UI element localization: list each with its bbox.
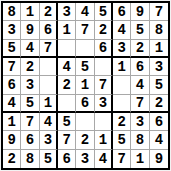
cell-r5c7[interactable] (113, 76, 131, 94)
cell-r6c8[interactable]: 7 (131, 95, 149, 113)
cell-r3c1[interactable]: 5 (3, 40, 21, 58)
cell-r7c8[interactable]: 3 (131, 113, 149, 131)
cell-r3c6[interactable]: 6 (95, 40, 113, 58)
cell-r6c9[interactable]: 2 (150, 95, 168, 113)
cell-r8c7[interactable]: 5 (113, 131, 131, 149)
cell-r3c5[interactable] (76, 40, 94, 58)
cell-r7c7[interactable]: 2 (113, 113, 131, 131)
cell-r5c5[interactable]: 1 (76, 76, 94, 94)
cell-r7c4[interactable]: 5 (58, 113, 76, 131)
cell-r5c3[interactable] (40, 76, 58, 94)
cell-r9c4[interactable]: 6 (58, 150, 76, 168)
cell-r4c1[interactable]: 7 (3, 58, 21, 76)
cell-r1c2[interactable]: 1 (21, 3, 39, 21)
cell-r1c3[interactable]: 2 (40, 3, 58, 21)
cell-r8c4[interactable]: 7 (58, 131, 76, 149)
cell-r9c7[interactable]: 7 (113, 150, 131, 168)
cell-r3c3[interactable]: 7 (40, 40, 58, 58)
cell-r4c6[interactable] (95, 58, 113, 76)
cell-r8c8[interactable]: 8 (131, 131, 149, 149)
cell-r9c1[interactable]: 2 (3, 150, 21, 168)
cell-r3c9[interactable]: 1 (150, 40, 168, 58)
sudoku-board: 8123456973961724585476321724516363217454… (1, 1, 170, 170)
cell-r3c7[interactable]: 3 (113, 40, 131, 58)
cell-r8c2[interactable]: 6 (21, 131, 39, 149)
cell-r6c3[interactable]: 1 (40, 95, 58, 113)
cell-r1c6[interactable]: 5 (95, 3, 113, 21)
cell-r4c9[interactable]: 3 (150, 58, 168, 76)
cell-r7c2[interactable]: 7 (21, 113, 39, 131)
cell-r2c1[interactable]: 3 (3, 21, 21, 39)
cell-r4c8[interactable]: 6 (131, 58, 149, 76)
cell-r3c4[interactable] (58, 40, 76, 58)
cell-r6c1[interactable]: 4 (3, 95, 21, 113)
cell-r2c8[interactable]: 5 (131, 21, 149, 39)
cell-r9c9[interactable]: 9 (150, 150, 168, 168)
cell-r5c1[interactable]: 6 (3, 76, 21, 94)
cell-r1c7[interactable]: 6 (113, 3, 131, 21)
cell-r1c8[interactable]: 9 (131, 3, 149, 21)
cell-r5c4[interactable]: 2 (58, 76, 76, 94)
cell-r8c1[interactable]: 9 (3, 131, 21, 149)
sudoku-page: 8123456973961724585476321724516363217454… (0, 0, 171, 171)
cell-r1c1[interactable]: 8 (3, 3, 21, 21)
cell-r7c5[interactable] (76, 113, 94, 131)
cell-r2c3[interactable]: 6 (40, 21, 58, 39)
cell-r2c5[interactable]: 7 (76, 21, 94, 39)
cell-r4c5[interactable]: 5 (76, 58, 94, 76)
cell-r8c3[interactable]: 3 (40, 131, 58, 149)
cell-r1c9[interactable]: 7 (150, 3, 168, 21)
cell-r7c6[interactable] (95, 113, 113, 131)
cell-r2c2[interactable]: 9 (21, 21, 39, 39)
cell-r6c5[interactable]: 6 (76, 95, 94, 113)
cell-r2c4[interactable]: 1 (58, 21, 76, 39)
cell-r1c4[interactable]: 3 (58, 3, 76, 21)
cell-r8c6[interactable]: 1 (95, 131, 113, 149)
cell-r2c7[interactable]: 4 (113, 21, 131, 39)
cell-r5c8[interactable]: 4 (131, 76, 149, 94)
cell-r7c3[interactable]: 4 (40, 113, 58, 131)
cell-r4c4[interactable]: 4 (58, 58, 76, 76)
cell-r4c3[interactable] (40, 58, 58, 76)
cell-r4c7[interactable]: 1 (113, 58, 131, 76)
cell-r5c9[interactable]: 5 (150, 76, 168, 94)
cell-r6c7[interactable] (113, 95, 131, 113)
cell-r9c3[interactable]: 5 (40, 150, 58, 168)
cell-r9c8[interactable]: 1 (131, 150, 149, 168)
cell-r9c6[interactable]: 4 (95, 150, 113, 168)
cell-r8c5[interactable]: 2 (76, 131, 94, 149)
cell-r3c8[interactable]: 2 (131, 40, 149, 58)
cell-r2c6[interactable]: 2 (95, 21, 113, 39)
cell-r7c9[interactable]: 6 (150, 113, 168, 131)
cell-r2c9[interactable]: 8 (150, 21, 168, 39)
cell-r7c1[interactable]: 1 (3, 113, 21, 131)
cell-r9c5[interactable]: 3 (76, 150, 94, 168)
cell-r5c2[interactable]: 3 (21, 76, 39, 94)
cell-r3c2[interactable]: 4 (21, 40, 39, 58)
cell-r6c4[interactable] (58, 95, 76, 113)
cell-r8c9[interactable]: 4 (150, 131, 168, 149)
cell-r9c2[interactable]: 8 (21, 150, 39, 168)
cell-r1c5[interactable]: 4 (76, 3, 94, 21)
cell-r6c6[interactable]: 3 (95, 95, 113, 113)
cell-r5c6[interactable]: 7 (95, 76, 113, 94)
cell-r4c2[interactable]: 2 (21, 58, 39, 76)
cell-r6c2[interactable]: 5 (21, 95, 39, 113)
